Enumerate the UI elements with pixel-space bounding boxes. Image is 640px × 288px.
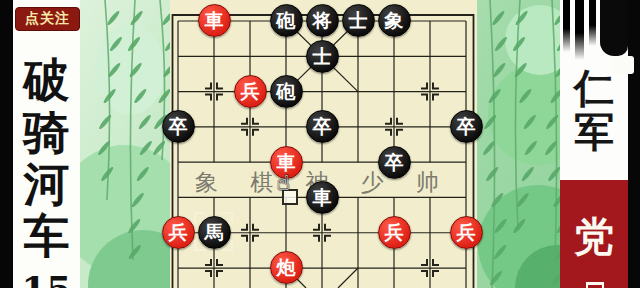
left-black-strip — [0, 0, 13, 288]
piece-red-兵[interactable]: 兵 — [162, 216, 195, 249]
ink-stroke — [589, 0, 596, 46]
piece-black-卒[interactable]: 卒 — [306, 110, 339, 143]
piece-black-砲[interactable]: 砲 — [270, 4, 303, 37]
ink-blob — [600, 0, 628, 56]
ink-stroke — [575, 0, 584, 60]
piece-red-車[interactable]: 車 — [198, 4, 231, 37]
piece-black-士[interactable]: 士 — [306, 40, 339, 73]
piece-black-卒[interactable]: 卒 — [162, 110, 195, 143]
name-char-2: 军 — [560, 110, 628, 154]
follow-badge[interactable]: 点关注 — [15, 7, 80, 31]
partial-char-cutoff — [586, 282, 604, 288]
video-frame: 車砲将士象士兵砲卒卒卒車卒車兵馬兵兵炮 ☝ 象棋神少帅 点关注 破 骑 河 车 … — [0, 0, 640, 288]
river-watermark-char: 帅 — [416, 167, 439, 198]
title-char-3: 河 — [13, 158, 80, 210]
river-watermark-char: 棋 — [250, 167, 273, 198]
piece-black-卒[interactable]: 卒 — [378, 146, 411, 179]
river-watermark-char: 象 — [195, 167, 218, 198]
title-char-4: 车 — [13, 210, 80, 262]
piece-grid: 車砲将士象士兵砲卒卒卒車卒車兵馬兵兵炮 — [160, 3, 484, 285]
ink-notch — [612, 56, 634, 74]
right-name-column: 仁 军 — [560, 0, 628, 180]
right-red-block: 党 — [560, 180, 628, 288]
piece-black-卒[interactable]: 卒 — [450, 110, 483, 143]
piece-black-将[interactable]: 将 — [306, 4, 339, 37]
party-char: 党 — [560, 214, 628, 258]
foliage-blob — [95, 25, 165, 115]
piece-black-馬[interactable]: 馬 — [198, 216, 231, 249]
piece-red-兵[interactable]: 兵 — [234, 75, 267, 108]
title-char-2: 骑 — [13, 106, 80, 158]
title-char-1: 破 — [13, 54, 80, 106]
xiangqi-board[interactable]: 車砲将士象士兵砲卒卒卒車卒車兵馬兵兵炮 ☝ 象棋神少帅 — [170, 0, 477, 288]
left-title-column: 点关注 破 骑 河 车 15 — [13, 0, 80, 288]
piece-black-砲[interactable]: 砲 — [270, 75, 303, 108]
piece-red-炮[interactable]: 炮 — [270, 251, 303, 284]
ink-stroke — [563, 0, 570, 52]
right-black-strip — [628, 0, 640, 288]
selection-brackets — [194, 212, 233, 251]
piece-black-車[interactable]: 車 — [306, 181, 339, 214]
hand-cursor-icon: ☝ — [277, 171, 290, 195]
piece-red-兵[interactable]: 兵 — [450, 216, 483, 249]
piece-red-兵[interactable]: 兵 — [378, 216, 411, 249]
piece-black-士[interactable]: 士 — [342, 4, 375, 37]
piece-black-象[interactable]: 象 — [378, 4, 411, 37]
episode-number: 15 — [13, 268, 80, 288]
